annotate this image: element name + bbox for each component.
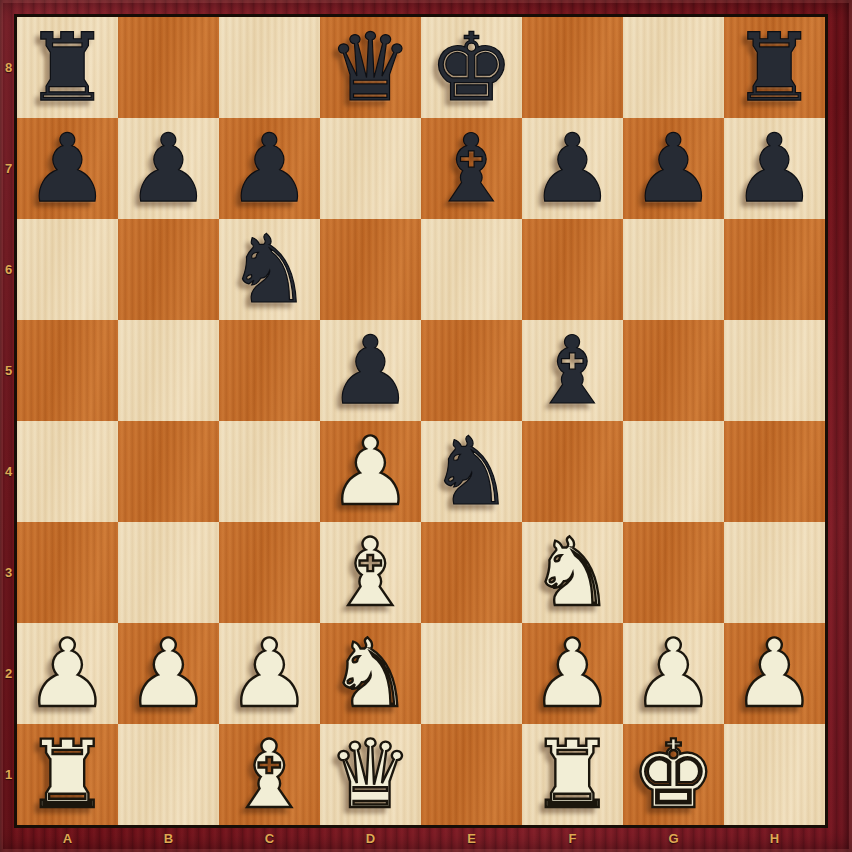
piece-black-bishop[interactable]: ♝ [429, 118, 513, 219]
square-d1[interactable]: ♛ [320, 724, 421, 825]
square-e7[interactable]: ♝ [421, 118, 522, 219]
square-a3[interactable] [17, 522, 118, 623]
square-d3[interactable]: ♝ [320, 522, 421, 623]
square-a5[interactable] [17, 320, 118, 421]
file-label-e: E [421, 825, 522, 852]
square-h4[interactable] [724, 421, 825, 522]
square-e3[interactable] [421, 522, 522, 623]
square-c2[interactable]: ♟ [219, 623, 320, 724]
square-f8[interactable] [522, 17, 623, 118]
file-label-a: A [17, 825, 118, 852]
piece-black-knight[interactable]: ♞ [429, 421, 513, 522]
piece-black-pawn[interactable]: ♟ [732, 118, 816, 219]
square-c8[interactable] [219, 17, 320, 118]
square-d8[interactable]: ♛ [320, 17, 421, 118]
piece-black-pawn[interactable]: ♟ [328, 320, 412, 421]
square-f4[interactable] [522, 421, 623, 522]
square-a6[interactable] [17, 219, 118, 320]
square-h6[interactable] [724, 219, 825, 320]
square-b5[interactable] [118, 320, 219, 421]
piece-white-pawn[interactable]: ♟ [732, 623, 816, 724]
piece-black-pawn[interactable]: ♟ [126, 118, 210, 219]
square-e6[interactable] [421, 219, 522, 320]
square-b1[interactable] [118, 724, 219, 825]
square-b7[interactable]: ♟ [118, 118, 219, 219]
square-g2[interactable]: ♟ [623, 623, 724, 724]
rank-label-3: 3 [0, 522, 17, 623]
square-g8[interactable] [623, 17, 724, 118]
square-g1[interactable]: ♚ [623, 724, 724, 825]
square-e8[interactable]: ♚ [421, 17, 522, 118]
square-a4[interactable] [17, 421, 118, 522]
square-b4[interactable] [118, 421, 219, 522]
square-a7[interactable]: ♟ [17, 118, 118, 219]
square-h7[interactable]: ♟ [724, 118, 825, 219]
piece-white-pawn[interactable]: ♟ [328, 421, 412, 522]
piece-white-queen[interactable]: ♛ [328, 724, 412, 825]
piece-white-pawn[interactable]: ♟ [631, 623, 715, 724]
piece-white-bishop[interactable]: ♝ [328, 522, 412, 623]
square-g5[interactable] [623, 320, 724, 421]
piece-white-pawn[interactable]: ♟ [530, 623, 614, 724]
rank-label-2: 2 [0, 623, 17, 724]
square-a2[interactable]: ♟ [17, 623, 118, 724]
piece-white-pawn[interactable]: ♟ [227, 623, 311, 724]
piece-white-knight[interactable]: ♞ [530, 522, 614, 623]
square-f1[interactable]: ♜ [522, 724, 623, 825]
rank-label-5: 5 [0, 320, 17, 421]
square-e2[interactable] [421, 623, 522, 724]
square-g6[interactable] [623, 219, 724, 320]
square-h5[interactable] [724, 320, 825, 421]
square-e4[interactable]: ♞ [421, 421, 522, 522]
piece-white-knight[interactable]: ♞ [328, 623, 412, 724]
square-c1[interactable]: ♝ [219, 724, 320, 825]
square-a8[interactable]: ♜ [17, 17, 118, 118]
square-d7[interactable] [320, 118, 421, 219]
chess-board: ♜♛♚♜♟♟♟♝♟♟♟♞♟♝♟♞♝♞♟♟♟♞♟♟♟♜♝♛♜♚ [17, 17, 825, 825]
square-d2[interactable]: ♞ [320, 623, 421, 724]
square-f2[interactable]: ♟ [522, 623, 623, 724]
square-g7[interactable]: ♟ [623, 118, 724, 219]
square-c7[interactable]: ♟ [219, 118, 320, 219]
square-b8[interactable] [118, 17, 219, 118]
piece-black-king[interactable]: ♚ [429, 17, 513, 118]
square-h1[interactable] [724, 724, 825, 825]
rank-label-7: 7 [0, 118, 17, 219]
piece-white-pawn[interactable]: ♟ [126, 623, 210, 724]
piece-black-bishop[interactable]: ♝ [530, 320, 614, 421]
piece-black-pawn[interactable]: ♟ [227, 118, 311, 219]
file-label-f: F [522, 825, 623, 852]
piece-black-rook[interactable]: ♜ [25, 17, 109, 118]
file-label-b: B [118, 825, 219, 852]
piece-black-queen[interactable]: ♛ [328, 17, 412, 118]
square-e5[interactable] [421, 320, 522, 421]
square-b2[interactable]: ♟ [118, 623, 219, 724]
rank-label-8: 8 [0, 17, 17, 118]
piece-black-pawn[interactable]: ♟ [631, 118, 715, 219]
piece-white-king[interactable]: ♚ [631, 724, 715, 825]
square-f5[interactable]: ♝ [522, 320, 623, 421]
square-b3[interactable] [118, 522, 219, 623]
square-g3[interactable] [623, 522, 724, 623]
piece-white-rook[interactable]: ♜ [530, 724, 614, 825]
file-label-c: C [219, 825, 320, 852]
piece-white-bishop[interactable]: ♝ [227, 724, 311, 825]
square-h8[interactable]: ♜ [724, 17, 825, 118]
square-d4[interactable]: ♟ [320, 421, 421, 522]
piece-black-pawn[interactable]: ♟ [25, 118, 109, 219]
piece-white-rook[interactable]: ♜ [25, 724, 109, 825]
square-g4[interactable] [623, 421, 724, 522]
file-label-d: D [320, 825, 421, 852]
square-d6[interactable] [320, 219, 421, 320]
piece-white-pawn[interactable]: ♟ [25, 623, 109, 724]
piece-black-pawn[interactable]: ♟ [530, 118, 614, 219]
rank-label-4: 4 [0, 421, 17, 522]
square-h3[interactable] [724, 522, 825, 623]
square-a1[interactable]: ♜ [17, 724, 118, 825]
square-f6[interactable] [522, 219, 623, 320]
file-label-g: G [623, 825, 724, 852]
square-f7[interactable]: ♟ [522, 118, 623, 219]
square-d5[interactable]: ♟ [320, 320, 421, 421]
board-frame: ♜♛♚♜♟♟♟♝♟♟♟♞♟♝♟♞♝♞♟♟♟♞♟♟♟♜♝♛♜♚ 87654321 … [0, 0, 852, 852]
square-e1[interactable] [421, 724, 522, 825]
square-h2[interactable]: ♟ [724, 623, 825, 724]
piece-black-knight[interactable]: ♞ [227, 219, 311, 320]
rank-label-1: 1 [0, 724, 17, 825]
piece-black-rook[interactable]: ♜ [732, 17, 816, 118]
square-b6[interactable] [118, 219, 219, 320]
square-c6[interactable]: ♞ [219, 219, 320, 320]
square-c5[interactable] [219, 320, 320, 421]
rank-label-6: 6 [0, 219, 17, 320]
square-c4[interactable] [219, 421, 320, 522]
square-c3[interactable] [219, 522, 320, 623]
square-f3[interactable]: ♞ [522, 522, 623, 623]
file-label-h: H [724, 825, 825, 852]
